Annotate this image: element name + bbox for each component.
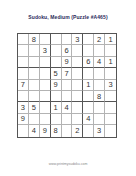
- cell-r1c4[interactable]: [51, 34, 62, 45]
- cell-r5c3[interactable]: [40, 80, 51, 91]
- cell-r1c6[interactable]: 3: [72, 34, 83, 45]
- cell-r1c5[interactable]: [62, 34, 73, 45]
- cell-r2c3[interactable]: 3: [40, 45, 51, 56]
- cell-r6c8[interactable]: 8: [94, 91, 105, 102]
- cell-r2c5[interactable]: 6: [62, 45, 73, 56]
- cell-r9c1[interactable]: [18, 125, 29, 136]
- cell-r7c6[interactable]: [72, 102, 83, 113]
- cell-r2c9[interactable]: [105, 45, 116, 56]
- cell-r1c1[interactable]: [18, 34, 29, 45]
- cell-r8c8[interactable]: [94, 114, 105, 125]
- cell-r5c7[interactable]: 1: [83, 80, 94, 91]
- cell-r3c1[interactable]: [18, 57, 29, 68]
- sudoku-sheet: Sudoku, Medium (Puzzle #A465) 8321369641…: [0, 0, 136, 176]
- cell-r7c7[interactable]: [83, 102, 94, 113]
- cell-r3c8[interactable]: 4: [94, 57, 105, 68]
- cell-r1c3[interactable]: [40, 34, 51, 45]
- cell-r7c1[interactable]: 3: [18, 102, 29, 113]
- cell-r6c5[interactable]: [62, 91, 73, 102]
- cell-r2c4[interactable]: [51, 45, 62, 56]
- cell-r1c8[interactable]: 2: [94, 34, 105, 45]
- cell-r5c2[interactable]: [29, 80, 40, 91]
- cell-r6c2[interactable]: [29, 91, 40, 102]
- cell-r3c2[interactable]: [29, 57, 40, 68]
- cell-r4c8[interactable]: [94, 68, 105, 79]
- cell-r8c4[interactable]: [51, 114, 62, 125]
- cell-r8c6[interactable]: [72, 114, 83, 125]
- cell-r6c9[interactable]: [105, 91, 116, 102]
- cell-r9c4[interactable]: 8: [51, 125, 62, 136]
- cell-r5c5[interactable]: [62, 80, 73, 91]
- cell-r9c5[interactable]: [62, 125, 73, 136]
- cell-r9c7[interactable]: [83, 125, 94, 136]
- cell-r8c5[interactable]: [62, 114, 73, 125]
- cell-r2c7[interactable]: [83, 45, 94, 56]
- cell-r7c9[interactable]: [105, 102, 116, 113]
- cell-r4c6[interactable]: [72, 68, 83, 79]
- cell-r8c2[interactable]: [29, 114, 40, 125]
- cell-r9c2[interactable]: 4: [29, 125, 40, 136]
- cell-r3c3[interactable]: [40, 57, 51, 68]
- cell-r5c1[interactable]: 7: [18, 80, 29, 91]
- cell-r4c7[interactable]: [83, 68, 94, 79]
- cell-r9c8[interactable]: 3: [94, 125, 105, 136]
- cell-r7c3[interactable]: [40, 102, 51, 113]
- cell-r4c2[interactable]: [29, 68, 40, 79]
- cell-r3c4[interactable]: [51, 57, 62, 68]
- cell-r5c6[interactable]: [72, 80, 83, 91]
- cell-r5c4[interactable]: 9: [51, 80, 62, 91]
- cell-r8c7[interactable]: 4: [83, 114, 94, 125]
- cell-r9c9[interactable]: [105, 125, 116, 136]
- cell-r8c3[interactable]: [40, 114, 51, 125]
- cell-r1c7[interactable]: [83, 34, 94, 45]
- cell-r3c6[interactable]: [72, 57, 83, 68]
- cell-r3c5[interactable]: 9: [62, 57, 73, 68]
- cell-r7c4[interactable]: 1: [51, 102, 62, 113]
- cell-r2c8[interactable]: [94, 45, 105, 56]
- cell-r3c9[interactable]: 1: [105, 57, 116, 68]
- page-title: Sudoku, Medium (Puzzle #A465): [0, 14, 136, 20]
- cell-r2c2[interactable]: [29, 45, 40, 56]
- cell-r6c4[interactable]: [51, 91, 62, 102]
- cell-r6c3[interactable]: [40, 91, 51, 102]
- cell-r4c9[interactable]: [105, 68, 116, 79]
- cell-r1c9[interactable]: 1: [105, 34, 116, 45]
- cell-r4c3[interactable]: [40, 68, 51, 79]
- cell-r3c7[interactable]: 6: [83, 57, 94, 68]
- cell-r1c2[interactable]: 8: [29, 34, 40, 45]
- cell-r6c7[interactable]: [83, 91, 94, 102]
- cell-r7c5[interactable]: 4: [62, 102, 73, 113]
- cell-r7c8[interactable]: [94, 102, 105, 113]
- sudoku-board: 8321369641577913835149449823: [17, 33, 117, 138]
- cell-r5c9[interactable]: 3: [105, 80, 116, 91]
- cell-r4c4[interactable]: 5: [51, 68, 62, 79]
- cell-r4c1[interactable]: [18, 68, 29, 79]
- cell-r8c9[interactable]: [105, 114, 116, 125]
- cell-r9c6[interactable]: 2: [72, 125, 83, 136]
- cell-r9c3[interactable]: 9: [40, 125, 51, 136]
- cell-r6c6[interactable]: [72, 91, 83, 102]
- cell-r7c2[interactable]: 5: [29, 102, 40, 113]
- cell-r2c1[interactable]: [18, 45, 29, 56]
- cell-r6c1[interactable]: [18, 91, 29, 102]
- footer-url: www.printmysudoku.com: [0, 162, 136, 166]
- cell-r8c1[interactable]: 9: [18, 114, 29, 125]
- cell-r2c6[interactable]: [72, 45, 83, 56]
- cell-r5c8[interactable]: [94, 80, 105, 91]
- cell-r4c5[interactable]: 7: [62, 68, 73, 79]
